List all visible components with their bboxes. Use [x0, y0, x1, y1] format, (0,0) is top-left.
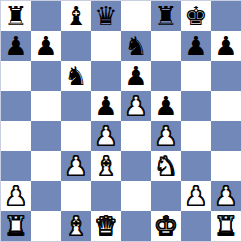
square-a1[interactable]: ♜	[1, 211, 31, 241]
piece-white-queen[interactable]: ♛	[94, 213, 117, 239]
piece-black-pawn[interactable]: ♟	[34, 33, 57, 59]
piece-black-pawn[interactable]: ♟	[214, 33, 237, 59]
piece-white-pawn[interactable]: ♟	[214, 183, 237, 209]
square-a8[interactable]: ♜	[1, 1, 31, 31]
square-f1[interactable]: ♚	[151, 211, 181, 241]
piece-white-pawn[interactable]: ♟	[124, 93, 147, 119]
square-e7[interactable]: ♞	[121, 31, 151, 61]
piece-black-pawn[interactable]: ♟	[124, 63, 147, 89]
square-e2[interactable]	[121, 181, 151, 211]
square-f8[interactable]: ♜	[151, 1, 181, 31]
square-a4[interactable]	[1, 121, 31, 151]
square-b8[interactable]	[31, 1, 61, 31]
square-g5[interactable]	[181, 91, 211, 121]
piece-black-knight[interactable]: ♞	[64, 63, 87, 89]
piece-black-pawn[interactable]: ♟	[154, 93, 177, 119]
square-b2[interactable]	[31, 181, 61, 211]
piece-black-bishop[interactable]: ♝	[64, 3, 87, 29]
piece-white-knight[interactable]: ♞	[154, 153, 177, 179]
square-b4[interactable]	[31, 121, 61, 151]
square-a5[interactable]	[1, 91, 31, 121]
square-c2[interactable]	[61, 181, 91, 211]
square-h5[interactable]	[211, 91, 241, 121]
square-a3[interactable]	[1, 151, 31, 181]
square-g7[interactable]: ♟	[181, 31, 211, 61]
piece-white-pawn[interactable]: ♟	[4, 183, 27, 209]
square-c6[interactable]: ♞	[61, 61, 91, 91]
piece-white-rook[interactable]: ♜	[214, 213, 237, 239]
piece-black-knight[interactable]: ♞	[124, 33, 147, 59]
square-g2[interactable]: ♟	[181, 181, 211, 211]
square-d2[interactable]	[91, 181, 121, 211]
square-c8[interactable]: ♝	[61, 1, 91, 31]
square-h7[interactable]: ♟	[211, 31, 241, 61]
piece-black-queen[interactable]: ♛	[94, 3, 117, 29]
piece-white-pawn[interactable]: ♟	[184, 183, 207, 209]
square-f2[interactable]	[151, 181, 181, 211]
square-g3[interactable]	[181, 151, 211, 181]
square-f5[interactable]: ♟	[151, 91, 181, 121]
square-b3[interactable]	[31, 151, 61, 181]
square-h4[interactable]	[211, 121, 241, 151]
square-h3[interactable]	[211, 151, 241, 181]
square-g1[interactable]	[181, 211, 211, 241]
square-d6[interactable]	[91, 61, 121, 91]
square-d3[interactable]: ♝	[91, 151, 121, 181]
square-d1[interactable]: ♛	[91, 211, 121, 241]
piece-white-pawn[interactable]: ♟	[94, 123, 117, 149]
square-e5[interactable]: ♟	[121, 91, 151, 121]
piece-black-pawn[interactable]: ♟	[94, 93, 117, 119]
square-g8[interactable]: ♚	[181, 1, 211, 31]
square-h8[interactable]	[211, 1, 241, 31]
square-h1[interactable]: ♜	[211, 211, 241, 241]
chess-board: ♜♝♛♜♚♟♟♞♟♟♞♟♟♟♟♟♟♟♝♞♟♟♟♜♝♛♚♜	[0, 0, 242, 242]
piece-black-king[interactable]: ♚	[184, 3, 207, 29]
piece-white-king[interactable]: ♚	[154, 213, 177, 239]
square-c3[interactable]: ♟	[61, 151, 91, 181]
piece-black-pawn[interactable]: ♟	[184, 33, 207, 59]
piece-black-rook[interactable]: ♜	[4, 3, 27, 29]
piece-white-pawn[interactable]: ♟	[154, 123, 177, 149]
square-c4[interactable]	[61, 121, 91, 151]
piece-white-pawn[interactable]: ♟	[64, 153, 87, 179]
square-b1[interactable]	[31, 211, 61, 241]
square-d8[interactable]: ♛	[91, 1, 121, 31]
square-e8[interactable]	[121, 1, 151, 31]
square-g4[interactable]	[181, 121, 211, 151]
square-b6[interactable]	[31, 61, 61, 91]
piece-black-rook[interactable]: ♜	[154, 3, 177, 29]
square-a7[interactable]: ♟	[1, 31, 31, 61]
square-d4[interactable]: ♟	[91, 121, 121, 151]
square-f4[interactable]: ♟	[151, 121, 181, 151]
square-c1[interactable]: ♝	[61, 211, 91, 241]
square-c7[interactable]	[61, 31, 91, 61]
square-a6[interactable]	[1, 61, 31, 91]
square-c5[interactable]	[61, 91, 91, 121]
square-d5[interactable]: ♟	[91, 91, 121, 121]
piece-white-bishop[interactable]: ♝	[94, 153, 117, 179]
square-f7[interactable]	[151, 31, 181, 61]
square-f3[interactable]: ♞	[151, 151, 181, 181]
square-e3[interactable]	[121, 151, 151, 181]
square-e6[interactable]: ♟	[121, 61, 151, 91]
square-h2[interactable]: ♟	[211, 181, 241, 211]
square-e4[interactable]	[121, 121, 151, 151]
square-e1[interactable]	[121, 211, 151, 241]
piece-white-bishop[interactable]: ♝	[64, 213, 87, 239]
square-f6[interactable]	[151, 61, 181, 91]
piece-white-rook[interactable]: ♜	[4, 213, 27, 239]
square-b7[interactable]: ♟	[31, 31, 61, 61]
square-d7[interactable]	[91, 31, 121, 61]
square-b5[interactable]	[31, 91, 61, 121]
square-h6[interactable]	[211, 61, 241, 91]
square-g6[interactable]	[181, 61, 211, 91]
piece-black-pawn[interactable]: ♟	[4, 33, 27, 59]
square-a2[interactable]: ♟	[1, 181, 31, 211]
